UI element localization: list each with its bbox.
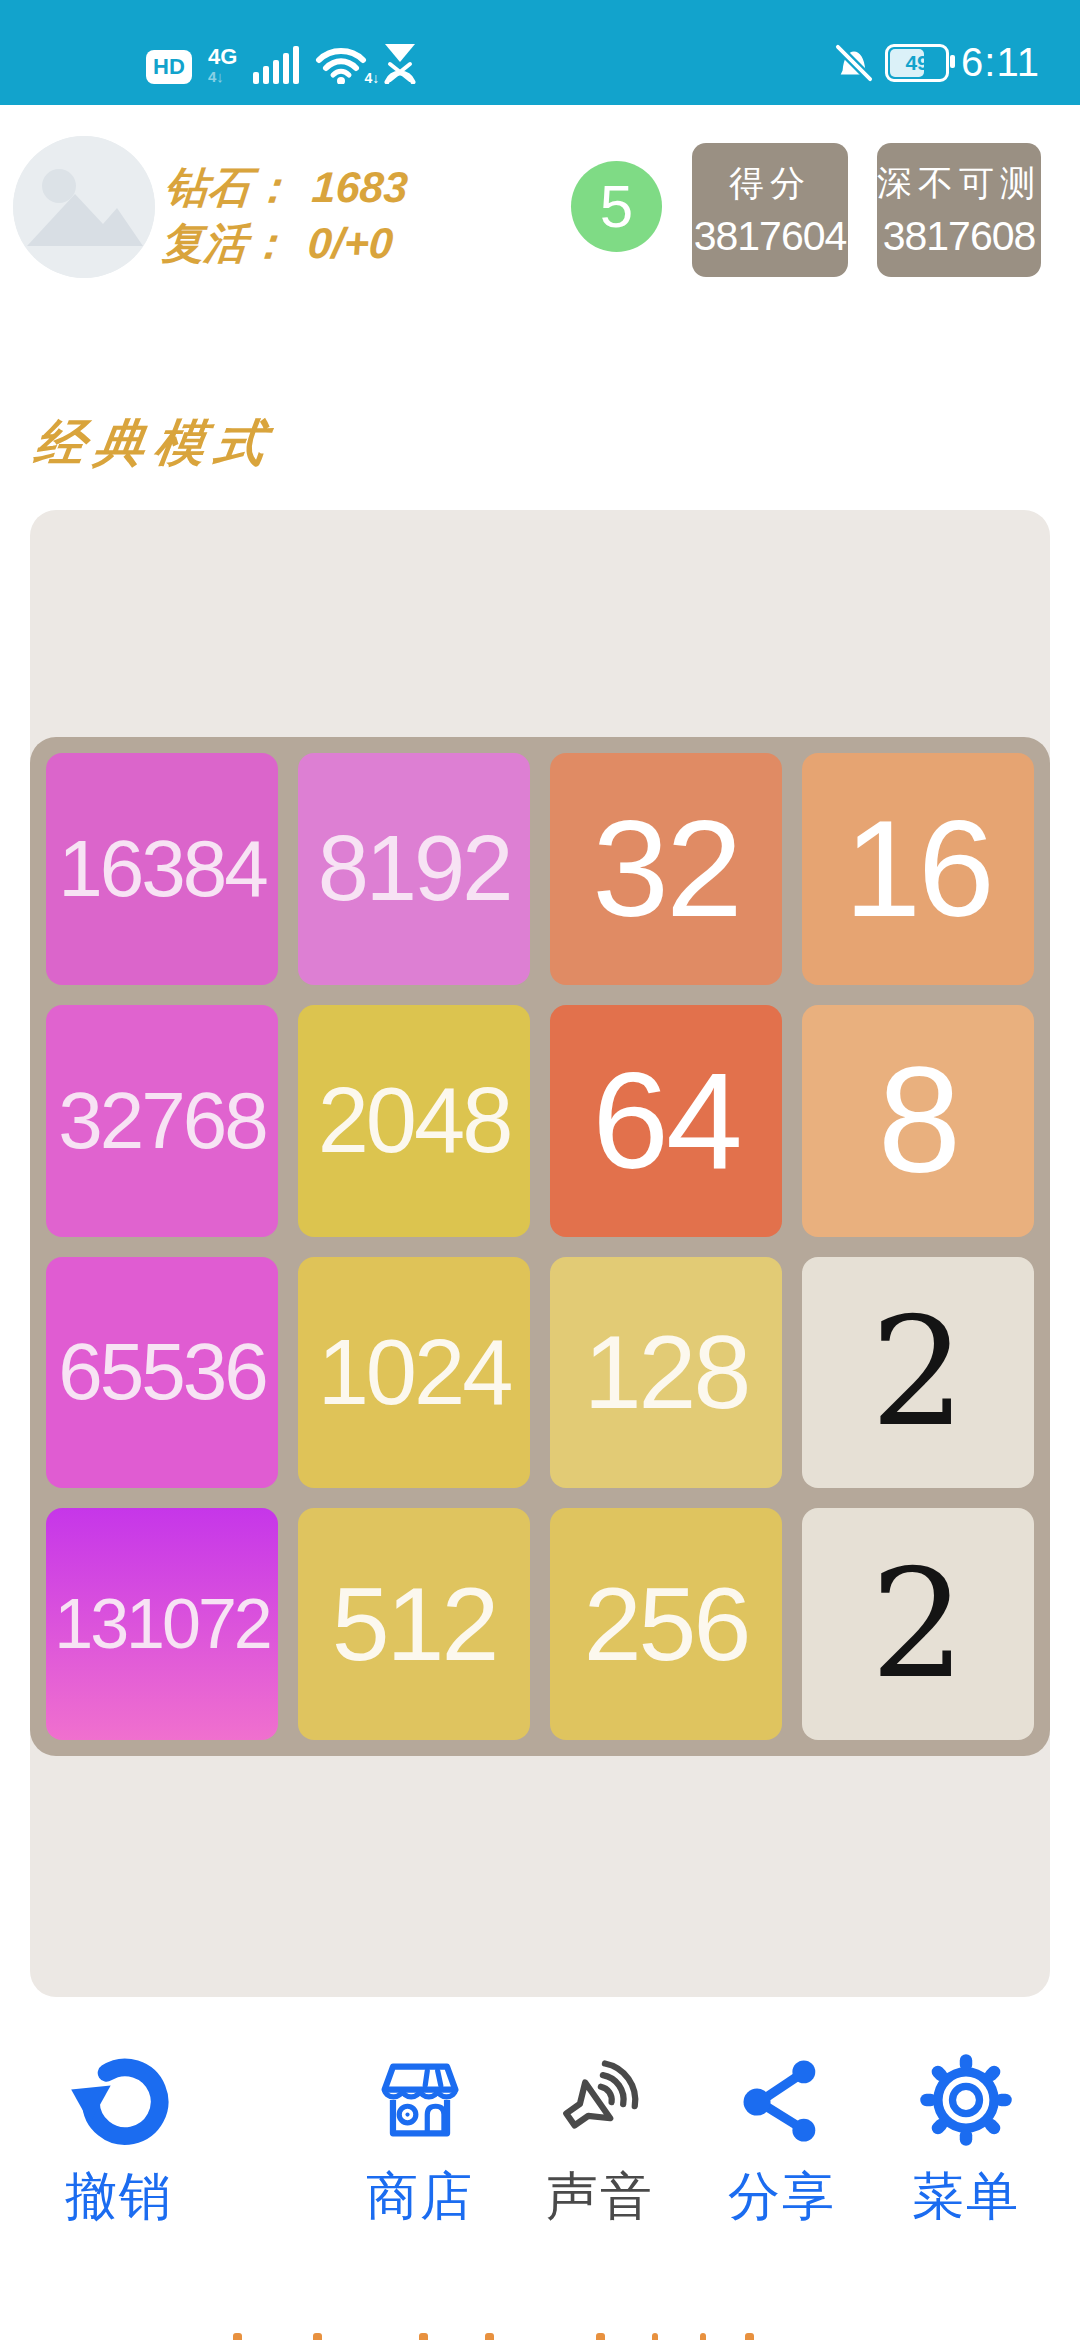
status-right-group: 49 6:11 xyxy=(835,40,1040,85)
tile-8192: 8192 xyxy=(298,753,530,985)
avatar-placeholder-image xyxy=(13,136,155,278)
undo-button[interactable]: 撤销 xyxy=(29,2048,209,2232)
mode-title: 经典模式 xyxy=(30,410,279,477)
clock-time: 6:11 xyxy=(961,40,1040,85)
diamond-label: 钻石： xyxy=(163,160,296,216)
bottom-cutoff-text-fragment xyxy=(700,2333,706,2340)
tile-256: 256 xyxy=(550,1508,782,1740)
tile-64: 64 xyxy=(550,1005,782,1237)
tile-128: 128 xyxy=(550,1257,782,1489)
battery-icon: 49 xyxy=(885,44,949,82)
store-icon xyxy=(368,2048,472,2152)
menu-label: 菜单 xyxy=(912,2162,1020,2232)
shop-button[interactable]: 商店 xyxy=(330,2048,510,2232)
bottom-cutoff-text xyxy=(0,2330,1080,2340)
hd-badge: HD xyxy=(146,50,192,84)
best-score-value: 3817608 xyxy=(883,213,1036,260)
tile-131072: 131072 xyxy=(46,1508,278,1740)
tile-65536: 65536 xyxy=(46,1257,278,1489)
undo-icon xyxy=(67,2048,171,2152)
tile-2: 2 xyxy=(802,1257,1034,1489)
revive-label: 复活： xyxy=(159,216,292,272)
tile-32768: 32768 xyxy=(46,1005,278,1237)
avatar[interactable]: 暂时无法查看 xyxy=(13,136,155,278)
gear-icon xyxy=(914,2048,1018,2152)
tile-2: 2 xyxy=(802,1508,1034,1740)
bottom-cutoff-text-fragment xyxy=(652,2333,658,2340)
tile-8: 8 xyxy=(802,1005,1034,1237)
score-value: 3817604 xyxy=(694,213,847,260)
sound-button[interactable]: 声音 xyxy=(510,2048,690,2232)
tile-2048: 2048 xyxy=(298,1005,530,1237)
status-left-group: HD 4G 4↓ 4↓ xyxy=(146,44,417,84)
level-badge: 5 xyxy=(571,161,662,252)
sound-label: 声音 xyxy=(546,2162,654,2232)
bell-off-icon xyxy=(835,44,873,82)
status-bar: HD 4G 4↓ 4↓ xyxy=(0,0,1080,105)
currency-panel: 钻石： 1683 复活： 0/+0 xyxy=(159,160,409,272)
game-screen: { "game": "2048 (classic mode, Chinese m… xyxy=(0,0,1080,2340)
tile-1024: 1024 xyxy=(298,1257,530,1489)
undo-label: 撤销 xyxy=(65,2162,173,2232)
bottom-cutoff-text-fragment xyxy=(485,2333,494,2340)
bottom-cutoff-text-fragment xyxy=(233,2333,242,2340)
bottom-cutoff-text-fragment xyxy=(745,2333,754,2340)
bottom-toolbar: 撤销 商店 声音 xyxy=(0,2048,1080,2258)
score-label: 得分 xyxy=(729,160,811,207)
diamond-value: 1683 xyxy=(310,160,410,216)
share-label: 分享 xyxy=(728,2162,836,2232)
sound-icon xyxy=(548,2048,652,2152)
tile-32: 32 xyxy=(550,753,782,985)
network-type: 4G 4↓ xyxy=(208,46,237,84)
network-4g-label: 4G xyxy=(208,46,237,68)
battery-percent: 49 xyxy=(888,51,946,75)
shop-label: 商店 xyxy=(366,2162,474,2232)
hourglass-icon xyxy=(383,42,417,84)
sim2-indicator: 4↓ xyxy=(208,69,224,84)
tile-16: 16 xyxy=(802,753,1034,985)
score-box: 得分 3817604 xyxy=(692,143,848,277)
best-score-box: 深不可测 3817608 xyxy=(877,143,1041,277)
menu-button[interactable]: 菜单 xyxy=(876,2048,1056,2232)
bottom-cutoff-text-fragment xyxy=(419,2333,428,2340)
wifi-sub-indicator: 4↓ xyxy=(365,70,380,86)
best-score-label: 深不可测 xyxy=(877,160,1041,207)
share-icon xyxy=(730,2048,834,2152)
tile-16384: 16384 xyxy=(46,753,278,985)
bottom-cutoff-text-fragment xyxy=(313,2333,322,2340)
revive-value: 0/+0 xyxy=(306,216,395,272)
battery-cap xyxy=(950,55,955,68)
tile-512: 512 xyxy=(298,1508,530,1740)
signal-bars-icon xyxy=(253,46,299,84)
wifi-icon: 4↓ xyxy=(315,44,367,84)
bottom-cutoff-text-fragment xyxy=(596,2333,605,2340)
game-board[interactable]: 1638481923216327682048648655361024128213… xyxy=(30,737,1050,1756)
share-button[interactable]: 分享 xyxy=(692,2048,872,2232)
